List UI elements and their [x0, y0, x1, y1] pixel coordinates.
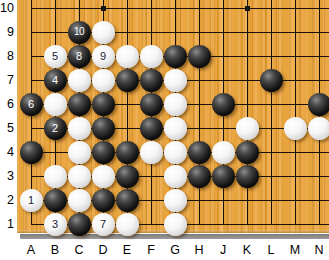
stone-white-D1: 7 [92, 213, 115, 236]
move-number: 9 [100, 51, 106, 62]
stone-black-B2 [44, 189, 67, 212]
stone-black-B7: 4 [44, 69, 67, 92]
move-number: 5 [52, 51, 58, 62]
stone-black-L7 [260, 69, 283, 92]
stone-white-B8: 5 [44, 45, 67, 68]
move-number: 8 [76, 51, 82, 62]
stone-black-H4 [188, 141, 211, 164]
stone-black-C6 [68, 93, 91, 116]
move-number: 3 [52, 219, 58, 230]
stone-white-D7 [92, 69, 115, 92]
stone-white-B3 [44, 165, 67, 188]
row-label-4: 4 [0, 144, 14, 160]
stone-white-E8 [116, 45, 139, 68]
row-label-10: 10 [0, 0, 14, 16]
stone-black-H8 [188, 45, 211, 68]
stone-black-F5 [140, 117, 163, 140]
stone-black-D5 [92, 117, 115, 140]
move-number: 2 [52, 123, 58, 134]
stone-white-G1 [164, 213, 187, 236]
stone-white-N5 [308, 117, 329, 140]
stone-white-G6 [164, 93, 187, 116]
col-label-C: C [67, 243, 91, 257]
row-label-8: 8 [0, 48, 14, 64]
stone-black-B5: 2 [44, 117, 67, 140]
stone-white-C4 [68, 141, 91, 164]
stone-white-C7 [68, 69, 91, 92]
stone-black-F6 [140, 93, 163, 116]
stone-white-F8 [140, 45, 163, 68]
stone-white-K5 [236, 117, 259, 140]
stone-white-G4 [164, 141, 187, 164]
stone-black-H3 [188, 165, 211, 188]
move-number: 4 [52, 75, 58, 86]
col-label-A: A [19, 243, 43, 257]
stones-layer[interactable]: 10589462137 [19, 0, 329, 236]
stone-white-A2: 1 [20, 189, 43, 212]
stone-black-E4 [116, 141, 139, 164]
move-number: 10 [74, 27, 84, 37]
stone-black-C1 [68, 213, 91, 236]
stone-white-J4 [212, 141, 235, 164]
stone-black-J6 [212, 93, 235, 116]
stone-white-M5 [284, 117, 307, 140]
stone-white-D3 [92, 165, 115, 188]
stone-black-K3 [236, 165, 259, 188]
col-label-F: F [139, 243, 163, 257]
stone-white-G5 [164, 117, 187, 140]
move-number: 6 [28, 99, 34, 110]
stone-white-D8: 9 [92, 45, 115, 68]
col-label-L: L [259, 243, 283, 257]
stone-black-J3 [212, 165, 235, 188]
stone-black-C8: 8 [68, 45, 91, 68]
move-number: 1 [28, 195, 34, 206]
goban[interactable]: 10589462137 [17, 0, 329, 233]
stone-white-D9 [92, 21, 115, 44]
row-label-6: 6 [0, 96, 14, 112]
stone-white-E1 [116, 213, 139, 236]
stone-black-G8 [164, 45, 187, 68]
stone-black-K4 [236, 141, 259, 164]
col-label-J: J [211, 243, 235, 257]
col-label-B: B [43, 243, 67, 257]
row-label-2: 2 [0, 192, 14, 208]
stone-white-G2 [164, 189, 187, 212]
col-label-D: D [91, 243, 115, 257]
row-label-1: 1 [0, 216, 14, 232]
stone-black-F7 [140, 69, 163, 92]
col-label-K: K [235, 243, 259, 257]
stone-white-G3 [164, 165, 187, 188]
stone-white-C2 [68, 189, 91, 212]
row-label-5: 5 [0, 120, 14, 136]
stone-white-C5 [68, 117, 91, 140]
stone-white-B6 [44, 93, 67, 116]
col-labels: ABCDEFGHJKLMN [19, 243, 329, 257]
stone-black-C9: 10 [68, 21, 91, 44]
row-label-3: 3 [0, 168, 14, 184]
stone-black-N6 [308, 93, 329, 116]
col-label-E: E [115, 243, 139, 257]
col-label-H: H [187, 243, 211, 257]
col-label-G: G [163, 243, 187, 257]
stone-black-E2 [116, 189, 139, 212]
stone-white-G7 [164, 69, 187, 92]
stone-black-A4 [20, 141, 43, 164]
move-number: 7 [100, 219, 106, 230]
col-label-N: N [307, 243, 329, 257]
row-label-7: 7 [0, 72, 14, 88]
stone-white-F4 [140, 141, 163, 164]
col-label-M: M [283, 243, 307, 257]
row-label-9: 9 [0, 24, 14, 40]
stone-white-C3 [68, 165, 91, 188]
stone-black-D2 [92, 189, 115, 212]
go-diagram: 10589462137 10987654321 ABCDEFGHJKLMN [0, 0, 329, 260]
stone-black-E3 [116, 165, 139, 188]
stone-black-D6 [92, 93, 115, 116]
stone-white-B1: 3 [44, 213, 67, 236]
stone-black-D4 [92, 141, 115, 164]
stone-black-E7 [116, 69, 139, 92]
stone-black-A6: 6 [20, 93, 43, 116]
